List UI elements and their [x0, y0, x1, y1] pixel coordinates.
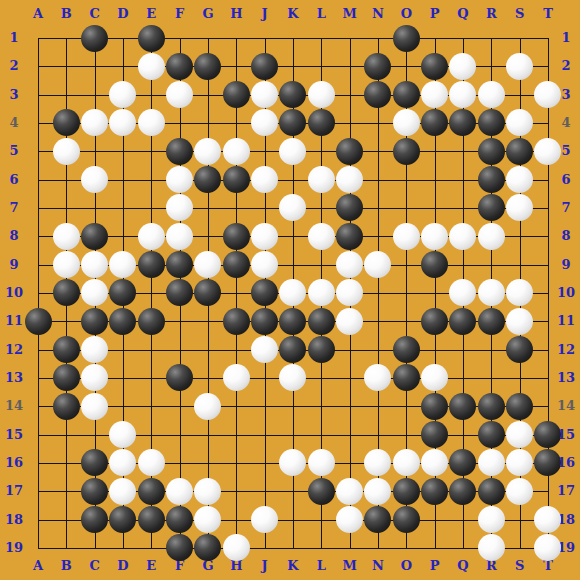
white-stone — [81, 393, 108, 420]
coordinate-label: 8 — [1, 229, 28, 243]
coordinate-label: 17 — [553, 484, 580, 498]
board-cell[interactable] — [435, 151, 463, 179]
board-cell[interactable] — [38, 463, 66, 491]
coordinate-label: 15 — [1, 428, 28, 442]
coordinate-label: 1 — [553, 31, 580, 45]
board-cell[interactable] — [463, 350, 491, 378]
coordinate-label: 10 — [1, 286, 28, 300]
coordinate-label: 19 — [1, 541, 28, 555]
coordinate-label: N — [364, 559, 391, 573]
white-stone — [166, 478, 193, 505]
coordinate-label: 1 — [1, 31, 28, 45]
board-cell[interactable] — [406, 180, 434, 208]
black-stone — [308, 336, 335, 363]
black-stone — [308, 308, 335, 335]
coordinate-label: 2 — [553, 59, 580, 73]
white-stone — [308, 223, 335, 250]
black-stone — [336, 223, 363, 250]
black-stone — [138, 251, 165, 278]
black-stone — [506, 138, 533, 165]
black-stone — [251, 308, 278, 335]
board-cell[interactable] — [123, 151, 151, 179]
board-cell[interactable] — [236, 463, 264, 491]
coordinate-label: J — [251, 7, 278, 21]
board-cell[interactable] — [180, 435, 208, 463]
coordinate-label: 2 — [1, 59, 28, 73]
coordinate-label: M — [336, 559, 363, 573]
white-stone — [138, 223, 165, 250]
black-stone — [223, 166, 250, 193]
coordinate-label: P — [421, 559, 448, 573]
board-cell[interactable] — [378, 293, 406, 321]
board-cell[interactable] — [435, 520, 463, 548]
black-stone — [393, 506, 420, 533]
board-cell[interactable] — [378, 406, 406, 434]
black-stone — [393, 478, 420, 505]
board-cell[interactable] — [38, 435, 66, 463]
coordinate-label: 18 — [1, 513, 28, 527]
coordinate-label: N — [364, 7, 391, 21]
board-cell[interactable] — [38, 38, 66, 66]
white-stone — [478, 534, 505, 561]
coordinate-label: Q — [449, 559, 476, 573]
black-stone — [166, 53, 193, 80]
coordinate-label: O — [393, 559, 420, 573]
board-cell[interactable] — [321, 378, 349, 406]
coordinate-label: L — [308, 559, 335, 573]
coordinate-label: 9 — [553, 258, 580, 272]
black-stone — [223, 81, 250, 108]
board-cell[interactable] — [378, 180, 406, 208]
black-stone — [223, 223, 250, 250]
black-stone — [166, 138, 193, 165]
coordinate-label: L — [308, 7, 335, 21]
white-stone — [534, 534, 561, 561]
coordinate-label: F — [166, 7, 193, 21]
coordinate-label: 11 — [1, 314, 28, 328]
black-stone — [53, 336, 80, 363]
black-stone — [393, 25, 420, 52]
black-stone — [138, 478, 165, 505]
coordinate-label: 14 — [1, 399, 28, 413]
white-stone — [53, 138, 80, 165]
black-stone — [478, 308, 505, 335]
coordinate-label: 16 — [1, 456, 28, 470]
black-stone — [223, 251, 250, 278]
white-stone — [223, 138, 250, 165]
coordinate-label: H — [223, 559, 250, 573]
black-stone — [421, 393, 448, 420]
coordinate-label: 14 — [553, 399, 580, 413]
coordinate-label: 11 — [553, 314, 580, 328]
coordinate-label: 8 — [553, 229, 580, 243]
coordinate-label: 12 — [1, 343, 28, 357]
white-stone — [506, 478, 533, 505]
white-stone — [506, 308, 533, 335]
white-stone — [53, 251, 80, 278]
white-stone — [336, 308, 363, 335]
black-stone — [421, 478, 448, 505]
coordinate-label: 5 — [1, 144, 28, 158]
white-stone — [251, 223, 278, 250]
black-stone — [308, 478, 335, 505]
black-stone — [336, 138, 363, 165]
coordinate-label: K — [279, 7, 306, 21]
coordinate-label: A — [25, 559, 52, 573]
coordinate-label: A — [25, 7, 52, 21]
coordinate-label: J — [251, 559, 278, 573]
black-stone — [25, 308, 52, 335]
black-stone — [251, 53, 278, 80]
coordinate-label: C — [81, 559, 108, 573]
board-cell[interactable] — [321, 406, 349, 434]
coordinate-label: S — [506, 559, 533, 573]
coordinate-label: R — [478, 559, 505, 573]
black-stone — [138, 308, 165, 335]
white-stone — [308, 81, 335, 108]
board-cell[interactable] — [208, 435, 236, 463]
white-stone — [478, 223, 505, 250]
board-cell[interactable] — [180, 321, 208, 349]
coordinate-label: H — [223, 7, 250, 21]
coordinate-label: F — [166, 559, 193, 573]
black-stone — [478, 421, 505, 448]
coordinate-label: 6 — [553, 173, 580, 187]
go-board[interactable]: ABCDEFGHJKLMNOPQRST ABCDEFGHJKLMNOPQRST … — [0, 0, 580, 580]
coordinate-label: G — [194, 7, 221, 21]
white-stone — [393, 223, 420, 250]
coordinate-label: 7 — [1, 201, 28, 215]
white-stone — [138, 53, 165, 80]
coordinate-label: Q — [449, 7, 476, 21]
black-stone — [138, 25, 165, 52]
coordinate-label: T — [534, 559, 561, 573]
coordinate-label: 9 — [1, 258, 28, 272]
coordinate-label: 13 — [1, 371, 28, 385]
coordinate-label: M — [336, 7, 363, 21]
coordinate-label: C — [81, 7, 108, 21]
board-cell[interactable] — [293, 520, 321, 548]
coordinate-label: 17 — [1, 484, 28, 498]
coordinate-label: P — [421, 7, 448, 21]
white-stone — [506, 53, 533, 80]
coordinate-label: D — [109, 559, 136, 573]
board-cell[interactable] — [435, 180, 463, 208]
black-stone — [534, 449, 561, 476]
coordinate-label: 4 — [1, 116, 28, 130]
white-stone — [534, 506, 561, 533]
black-stone — [138, 506, 165, 533]
white-stone — [223, 534, 250, 561]
white-stone — [166, 223, 193, 250]
black-stone — [393, 336, 420, 363]
board-cell[interactable] — [350, 406, 378, 434]
black-stone — [421, 308, 448, 335]
board-cell[interactable] — [265, 406, 293, 434]
coordinate-label: G — [194, 559, 221, 573]
board-cell[interactable] — [123, 350, 151, 378]
board-cell[interactable] — [236, 406, 264, 434]
board-cell[interactable] — [38, 520, 66, 548]
black-stone — [478, 478, 505, 505]
coordinate-label: 7 — [553, 201, 580, 215]
board-cell[interactable] — [321, 38, 349, 66]
coordinate-label: B — [53, 7, 80, 21]
board-cell[interactable] — [66, 66, 94, 94]
black-stone — [478, 393, 505, 420]
board-cell[interactable] — [123, 378, 151, 406]
board-cell[interactable] — [38, 491, 66, 519]
white-stone — [308, 166, 335, 193]
coordinate-label: T — [534, 7, 561, 21]
coordinate-label: 4 — [553, 116, 580, 130]
black-stone — [393, 138, 420, 165]
board-cell[interactable] — [520, 236, 548, 264]
white-stone — [478, 506, 505, 533]
coordinate-label: 3 — [1, 88, 28, 102]
black-stone — [81, 308, 108, 335]
board-cell[interactable] — [123, 180, 151, 208]
coordinate-label: E — [138, 559, 165, 573]
black-stone — [506, 393, 533, 420]
black-stone — [81, 25, 108, 52]
white-stone — [478, 81, 505, 108]
black-stone — [81, 478, 108, 505]
coordinate-label: D — [109, 7, 136, 21]
black-stone — [81, 223, 108, 250]
coordinate-label: S — [506, 7, 533, 21]
coordinate-label: O — [393, 7, 420, 21]
black-stone — [223, 308, 250, 335]
coordinate-label: 6 — [1, 173, 28, 187]
black-stone — [194, 534, 221, 561]
black-stone — [166, 534, 193, 561]
black-stone — [421, 53, 448, 80]
coordinate-label: E — [138, 7, 165, 21]
coordinate-label: R — [478, 7, 505, 21]
black-stone — [393, 81, 420, 108]
coordinate-label: B — [53, 559, 80, 573]
black-stone — [53, 393, 80, 420]
white-stone — [336, 478, 363, 505]
white-stone — [534, 138, 561, 165]
coordinate-label: 12 — [553, 343, 580, 357]
black-stone — [534, 421, 561, 448]
board-cell[interactable] — [38, 180, 66, 208]
coordinate-label: 10 — [553, 286, 580, 300]
coordinate-label: 13 — [553, 371, 580, 385]
black-stone — [478, 166, 505, 193]
board-cell[interactable] — [236, 435, 264, 463]
board-cell[interactable] — [38, 66, 66, 94]
white-stone — [421, 223, 448, 250]
black-stone — [478, 138, 505, 165]
white-stone — [534, 81, 561, 108]
board-cell[interactable] — [151, 406, 179, 434]
board-cell[interactable] — [293, 38, 321, 66]
coordinate-label: K — [279, 559, 306, 573]
white-stone — [53, 223, 80, 250]
board-cell[interactable] — [293, 406, 321, 434]
